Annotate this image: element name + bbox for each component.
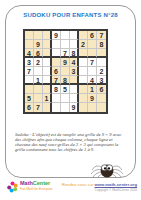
sudoku-cell-r8c5[interactable] [61,94,70,103]
sudoku-cell-r7c5[interactable]: 5 [61,85,70,94]
sudoku-cell-r1c6[interactable] [70,31,79,40]
sudoku-cell-r6c1[interactable] [25,76,34,85]
sudoku-cell-r6c2[interactable]: 1 [34,76,43,85]
sudoku-cell-r7c3[interactable] [43,85,52,94]
sudoku-cell-r3c6[interactable]: 8 [70,49,79,58]
sudoku-cell-r9c6[interactable]: 9 [70,103,79,112]
sudoku-cell-r9c8[interactable] [88,103,97,112]
sudoku-cell-r8c6[interactable] [70,94,79,103]
spider-illustration [90,157,124,180]
sudoku-cell-r1c3[interactable] [43,31,52,40]
sudoku-cell-r8c4[interactable] [52,94,61,103]
sudoku-cell-r1c7[interactable] [79,31,88,40]
sudoku-cell-r4c4[interactable] [52,58,61,67]
sudoku-cell-r5c6[interactable]: 3 [70,67,79,76]
sudoku-cell-r3c2[interactable]: 6 [34,49,43,58]
sudoku-cell-r9c2[interactable]: 7 [34,103,43,112]
sudoku-cell-r4c2[interactable]: 2 [34,58,43,67]
sudoku-cell-r6c4[interactable]: 7 [52,76,61,85]
sudoku-cell-r8c9[interactable] [97,94,106,103]
logo-wordmark: MathCenter [20,181,52,187]
mathcenter-logo: MathCenter Fun Math for Everyone [7,181,52,193]
sudoku-cell-r3c7[interactable] [79,49,88,58]
sudoku-cell-r2c1[interactable] [25,40,34,49]
sudoku-cell-r7c7[interactable] [79,85,88,94]
sudoku-cell-r8c2[interactable] [34,94,43,103]
sudoku-cell-r2c2[interactable]: 9 [34,40,43,49]
instructions-text: Sudoku - L'objectif est de remplir une g… [15,132,128,152]
sudoku-cell-r9c9[interactable] [97,103,106,112]
sudoku-cell-r3c9[interactable] [97,49,106,58]
sudoku-cell-r7c6[interactable] [70,85,79,94]
sudoku-cell-r8c8[interactable]: 9 [88,94,97,103]
sudoku-cell-r4c9[interactable] [97,58,106,67]
sudoku-grid: 9679284678329477632178438516519679 [23,29,108,114]
sudoku-cell-r2c6[interactable] [70,40,79,49]
sudoku-cell-r7c1[interactable] [25,85,34,94]
sudoku-cell-r1c8[interactable]: 6 [88,31,97,40]
sudoku-cell-r6c5[interactable]: 8 [61,76,70,85]
sudoku-cell-r5c7[interactable] [79,67,88,76]
sudoku-cell-r4c7[interactable] [79,58,88,67]
sudoku-cell-r1c1[interactable] [25,31,34,40]
sudoku-cell-r1c4[interactable]: 9 [52,31,61,40]
sudoku-cell-r3c3[interactable] [43,49,52,58]
sudoku-cell-r1c9[interactable]: 7 [97,31,106,40]
sudoku-cell-r4c1[interactable]: 3 [25,58,34,67]
sudoku-cell-r9c5[interactable] [61,103,70,112]
sudoku-cell-r3c5[interactable]: 7 [61,49,70,58]
sudoku-cell-r1c2[interactable] [34,31,43,40]
sudoku-cell-r4c5[interactable]: 9 [61,58,70,67]
sudoku-cell-r9c4[interactable] [52,103,61,112]
sudoku-cell-r4c6[interactable]: 4 [70,58,79,67]
sudoku-cell-r7c8[interactable]: 1 [88,85,97,94]
sudoku-card: SUDOKU POUR ENFANTS N°28 967928467832947… [5,5,136,178]
sudoku-cell-r5c2[interactable] [34,67,43,76]
sudoku-cell-r2c4[interactable] [52,40,61,49]
sudoku-cell-r8c3[interactable]: 1 [43,94,52,103]
sudoku-cell-r2c5[interactable] [61,40,70,49]
sudoku-cell-r7c9[interactable]: 6 [97,85,106,94]
sudoku-cell-r9c3[interactable] [43,103,52,112]
sudoku-cell-r5c5[interactable] [61,67,70,76]
sudoku-cell-r8c7[interactable] [79,94,88,103]
sudoku-cell-r4c8[interactable]: 7 [88,58,97,67]
sudoku-cell-r2c7[interactable]: 2 [79,40,88,49]
sudoku-cell-r5c3[interactable] [43,67,52,76]
sudoku-cell-r5c1[interactable]: 7 [25,67,34,76]
visit-prefix: Rendez-vous sur [62,182,95,187]
sudoku-cell-r3c8[interactable] [88,49,97,58]
sudoku-cell-r5c4[interactable]: 6 [52,67,61,76]
sudoku-cell-r3c1[interactable]: 4 [25,49,34,58]
sudoku-cell-r2c3[interactable] [43,40,52,49]
website-link[interactable]: www.math-center.org [95,182,137,187]
sudoku-cell-r3c4[interactable] [52,49,61,58]
sudoku-cell-r6c6[interactable] [70,76,79,85]
sudoku-cell-r4c3[interactable] [43,58,52,67]
sudoku-cell-r7c2[interactable] [34,85,43,94]
page-title: SUDOKU POUR ENFANTS N°28 [6,12,135,18]
sudoku-cell-r6c7[interactable] [79,76,88,85]
sudoku-cell-r1c5[interactable] [61,31,70,40]
sudoku-cell-r7c4[interactable]: 8 [52,85,61,94]
sudoku-cell-r9c7[interactable] [79,103,88,112]
sudoku-cell-r9c1[interactable]: 6 [25,103,34,112]
sudoku-cell-r6c3[interactable] [43,76,52,85]
copyright-text: Copyright © MathCenter 2020 [62,188,137,192]
sudoku-cell-r5c9[interactable]: 2 [97,67,106,76]
logo-tagline: Fun Math for Everyone [20,188,52,191]
sudoku-cell-r6c8[interactable]: 4 [88,76,97,85]
sudoku-cell-r6c9[interactable]: 3 [97,76,106,85]
sudoku-cell-r2c8[interactable] [88,40,97,49]
mathcenter-flower-icon [7,181,18,193]
footer: MathCenter Fun Math for Everyone Rendez-… [0,180,141,200]
sudoku-cell-r8c1[interactable]: 5 [25,94,34,103]
website-link-line: Rendez-vous sur www.math-center.org [62,182,137,187]
sudoku-cell-r5c8[interactable] [88,67,97,76]
sudoku-cell-r2c9[interactable]: 8 [97,40,106,49]
